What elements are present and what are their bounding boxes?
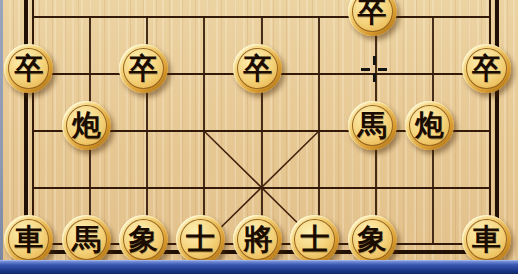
piece-face: 將 [237,219,278,260]
board-point[interactable] [348,46,405,103]
piece-black-pawn-advanced[interactable]: 卒 [348,0,397,36]
piece-black-cannon[interactable]: 炮 [405,101,454,150]
piece-label: 將 [243,219,272,260]
piece-face: 士 [180,219,221,260]
piece-face: 象 [352,219,393,260]
piece-label: 炮 [415,105,444,146]
piece-label: 馬 [358,105,387,146]
piece-face: 卒 [8,48,49,89]
window-left-edge [0,0,3,274]
board-point: 卒 [119,46,176,103]
piece-black-pawn[interactable]: 卒 [233,44,282,93]
piece-layer: 卒卒卒卒卒炮馬炮車馬象士將士象車 [4,0,518,274]
piece-black-chariot[interactable]: 車 [462,215,511,264]
board-point: 炮 [405,103,462,160]
board-point: 卒 [462,46,518,103]
piece-face: 卒 [123,48,164,89]
piece-black-horse[interactable]: 馬 [62,215,111,264]
piece-face: 炮 [66,105,107,146]
piece-black-advisor[interactable]: 士 [290,215,339,264]
piece-black-general[interactable]: 將 [233,215,282,264]
piece-label: 車 [472,219,501,260]
board-point: 炮 [62,103,119,160]
piece-face: 象 [123,219,164,260]
piece-black-pawn[interactable]: 卒 [4,44,53,93]
piece-label: 卒 [14,48,43,89]
piece-label: 卒 [129,48,158,89]
piece-face: 馬 [352,105,393,146]
xiangqi-board[interactable]: 卒卒卒卒卒炮馬炮車馬象士將士象車 [0,0,518,274]
piece-black-pawn[interactable]: 卒 [462,44,511,93]
piece-black-elephant[interactable]: 象 [119,215,168,264]
board-point: 馬 [348,103,405,160]
pawn-point-marker-icon [361,56,387,82]
piece-black-horse-developed[interactable]: 馬 [348,101,397,150]
piece-label: 象 [129,219,158,260]
piece-face: 士 [294,219,335,260]
piece-black-pawn[interactable]: 卒 [119,44,168,93]
piece-face: 卒 [352,0,393,32]
piece-face: 炮 [409,105,450,146]
board-point: 卒 [233,46,290,103]
piece-face: 卒 [237,48,278,89]
piece-label: 卒 [472,48,501,89]
piece-label: 士 [300,219,329,260]
board-point: 卒 [348,0,405,46]
piece-face: 卒 [466,48,507,89]
piece-black-cannon[interactable]: 炮 [62,101,111,150]
piece-black-chariot[interactable]: 車 [4,215,53,264]
piece-label: 卒 [358,0,387,32]
window-bottom-edge [0,260,518,274]
piece-label: 馬 [72,219,101,260]
piece-black-elephant[interactable]: 象 [348,215,397,264]
piece-label: 士 [186,219,215,260]
piece-label: 象 [358,219,387,260]
piece-label: 炮 [72,105,101,146]
board-point: 卒 [4,46,61,103]
piece-black-advisor[interactable]: 士 [176,215,225,264]
piece-face: 車 [8,219,49,260]
piece-label: 車 [14,219,43,260]
piece-face: 馬 [66,219,107,260]
piece-label: 卒 [243,48,272,89]
piece-face: 車 [466,219,507,260]
